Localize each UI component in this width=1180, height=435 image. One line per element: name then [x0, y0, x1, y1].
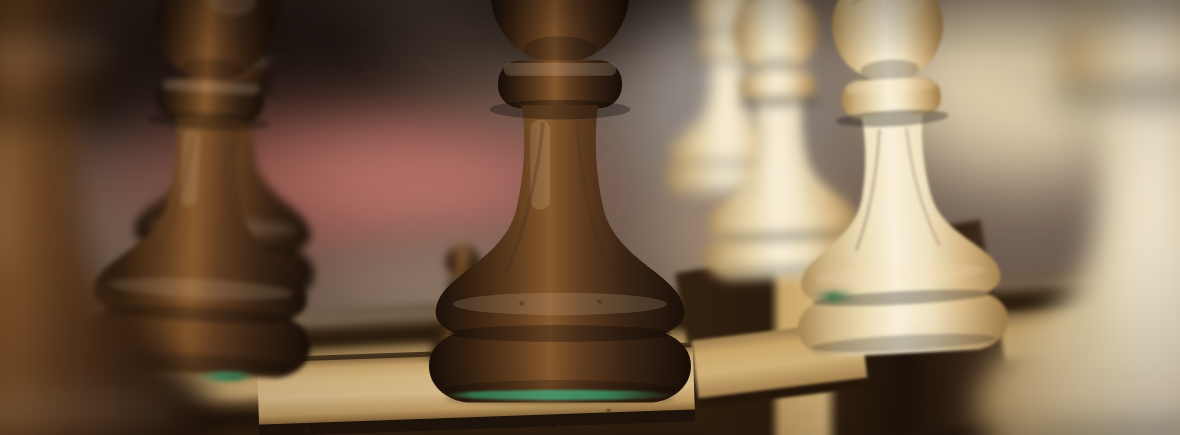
- felt-smudge-right: [812, 292, 858, 301]
- felt-smudge-left: [196, 372, 256, 381]
- dust-speck: [557, 424, 561, 428]
- dust-speck: [598, 300, 601, 303]
- chess-macro-photo: [0, 0, 1180, 435]
- dust-speck: [520, 302, 523, 305]
- dust-speck: [305, 428, 309, 432]
- felt-under-focused-pawn: [446, 390, 674, 400]
- dust-speck: [657, 417, 660, 420]
- felt-and-dust-layer: [0, 0, 1180, 435]
- dust-speck: [607, 409, 610, 412]
